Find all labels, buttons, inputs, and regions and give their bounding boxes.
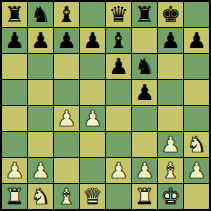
white-pawn-piece[interactable]: ♟: [109, 158, 129, 183]
square-c2[interactable]: [54, 158, 79, 183]
square-a4[interactable]: [2, 106, 27, 131]
square-c1[interactable]: ♝: [54, 184, 79, 209]
white-pawn-piece[interactable]: ♟: [161, 132, 181, 157]
square-a5[interactable]: [2, 80, 27, 105]
square-d4[interactable]: ♟: [80, 106, 105, 131]
square-a1[interactable]: ♜: [2, 184, 27, 209]
square-f4[interactable]: [132, 106, 157, 131]
square-g4[interactable]: [158, 106, 183, 131]
white-pawn-piece[interactable]: ♟: [57, 106, 77, 131]
black-pawn-piece[interactable]: ♟: [109, 54, 129, 79]
square-e6[interactable]: ♟: [106, 54, 131, 79]
black-pawn-piece[interactable]: ♟: [83, 28, 103, 53]
square-h5[interactable]: [184, 80, 209, 105]
square-e7[interactable]: ♝: [106, 28, 131, 53]
square-a2[interactable]: ♟: [2, 158, 27, 183]
square-h7[interactable]: ♟: [184, 28, 209, 53]
square-f8[interactable]: ♜: [132, 2, 157, 27]
black-pawn-piece[interactable]: ♟: [135, 80, 155, 105]
white-rook-piece[interactable]: ♜: [5, 184, 25, 209]
square-b4[interactable]: [28, 106, 53, 131]
square-e3[interactable]: [106, 132, 131, 157]
white-knight-piece[interactable]: ♞: [31, 184, 51, 209]
square-b8[interactable]: ♞: [28, 2, 53, 27]
white-bishop-piece[interactable]: ♝: [57, 184, 77, 209]
square-a8[interactable]: ♜: [2, 2, 27, 27]
square-c4[interactable]: ♟: [54, 106, 79, 131]
square-h3[interactable]: ♞: [184, 132, 209, 157]
square-c8[interactable]: ♝: [54, 2, 79, 27]
black-queen-piece[interactable]: ♛: [109, 2, 129, 27]
square-g7[interactable]: ♟: [158, 28, 183, 53]
square-e8[interactable]: ♛: [106, 2, 131, 27]
square-d8[interactable]: [80, 2, 105, 27]
black-pawn-piece[interactable]: ♟: [161, 28, 181, 53]
black-knight-piece[interactable]: ♞: [135, 54, 155, 79]
square-f6[interactable]: ♞: [132, 54, 157, 79]
square-f3[interactable]: [132, 132, 157, 157]
square-h4[interactable]: [184, 106, 209, 131]
black-pawn-piece[interactable]: ♟: [31, 28, 51, 53]
square-h2[interactable]: ♟: [184, 158, 209, 183]
square-h6[interactable]: [184, 54, 209, 79]
white-pawn-piece[interactable]: ♟: [31, 158, 51, 183]
black-pawn-piece[interactable]: ♟: [5, 28, 25, 53]
square-d6[interactable]: [80, 54, 105, 79]
square-h8[interactable]: [184, 2, 209, 27]
square-g6[interactable]: [158, 54, 183, 79]
black-pawn-piece[interactable]: ♟: [187, 28, 207, 53]
white-pawn-piece[interactable]: ♟: [187, 158, 207, 183]
square-e5[interactable]: [106, 80, 131, 105]
square-c7[interactable]: ♟: [54, 28, 79, 53]
black-knight-piece[interactable]: ♞: [31, 2, 51, 27]
square-h1[interactable]: [184, 184, 209, 209]
black-king-piece[interactable]: ♚: [161, 2, 181, 27]
square-e1[interactable]: [106, 184, 131, 209]
square-b6[interactable]: [28, 54, 53, 79]
square-a7[interactable]: ♟: [2, 28, 27, 53]
square-g8[interactable]: ♚: [158, 2, 183, 27]
square-g5[interactable]: [158, 80, 183, 105]
square-f2[interactable]: ♟: [132, 158, 157, 183]
black-rook-piece[interactable]: ♜: [5, 2, 25, 27]
square-e2[interactable]: ♟: [106, 158, 131, 183]
square-b5[interactable]: [28, 80, 53, 105]
square-b7[interactable]: ♟: [28, 28, 53, 53]
square-d2[interactable]: [80, 158, 105, 183]
square-b2[interactable]: ♟: [28, 158, 53, 183]
white-bishop-piece[interactable]: ♝: [161, 158, 181, 183]
square-a6[interactable]: [2, 54, 27, 79]
square-g3[interactable]: ♟: [158, 132, 183, 157]
square-a3[interactable]: [2, 132, 27, 157]
white-pawn-piece[interactable]: ♟: [83, 106, 103, 131]
square-c3[interactable]: [54, 132, 79, 157]
square-d5[interactable]: [80, 80, 105, 105]
square-b1[interactable]: ♞: [28, 184, 53, 209]
square-d7[interactable]: ♟: [80, 28, 105, 53]
black-bishop-piece[interactable]: ♝: [57, 2, 77, 27]
square-f5[interactable]: ♟: [132, 80, 157, 105]
square-b3[interactable]: [28, 132, 53, 157]
square-d1[interactable]: ♛: [80, 184, 105, 209]
white-knight-piece[interactable]: ♞: [187, 132, 207, 157]
white-pawn-piece[interactable]: ♟: [135, 158, 155, 183]
black-pawn-piece[interactable]: ♟: [57, 28, 77, 53]
square-g2[interactable]: ♝: [158, 158, 183, 183]
square-d3[interactable]: [80, 132, 105, 157]
black-rook-piece[interactable]: ♜: [135, 2, 155, 27]
black-bishop-piece[interactable]: ♝: [109, 28, 129, 53]
white-king-piece[interactable]: ♚: [161, 184, 181, 209]
square-e4[interactable]: [106, 106, 131, 131]
square-c5[interactable]: [54, 80, 79, 105]
white-pawn-piece[interactable]: ♟: [5, 158, 25, 183]
white-queen-piece[interactable]: ♛: [83, 184, 103, 209]
square-c6[interactable]: [54, 54, 79, 79]
square-f7[interactable]: [132, 28, 157, 53]
square-g1[interactable]: ♚: [158, 184, 183, 209]
square-f1[interactable]: ♜: [132, 184, 157, 209]
white-rook-piece[interactable]: ♜: [135, 184, 155, 209]
chess-board: ♜♞♝♛♜♚♟♟♟♟♝♟♟♟♞♟♟♟♟♞♟♟♟♟♝♟♜♞♝♛♜♚: [0, 0, 211, 211]
